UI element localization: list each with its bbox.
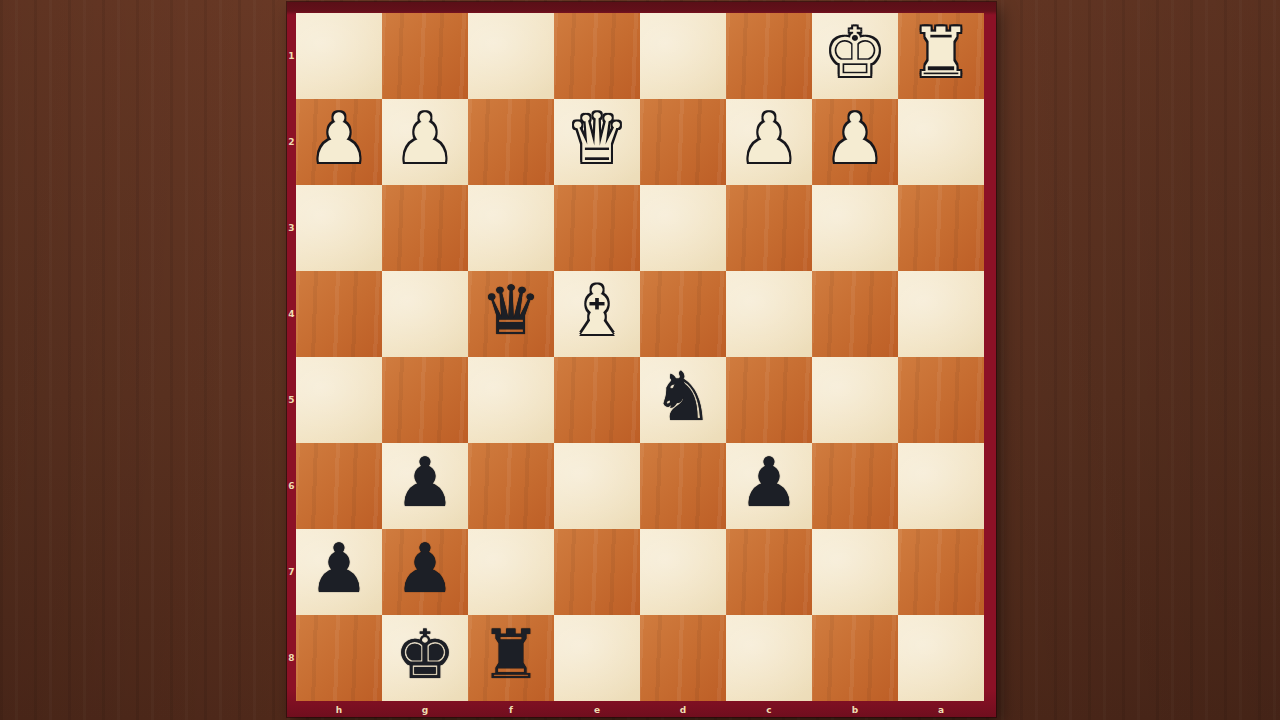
square-c3[interactable] xyxy=(726,185,812,271)
piece-black-queen-f4[interactable]: ♛ xyxy=(481,277,542,345)
square-f1[interactable] xyxy=(468,13,554,99)
square-b3[interactable] xyxy=(812,185,898,271)
file-label-b: b xyxy=(812,705,898,715)
piece-black-rook-f8[interactable]: ♜ xyxy=(481,621,542,689)
square-e6[interactable] xyxy=(554,443,640,529)
square-b6[interactable] xyxy=(812,443,898,529)
square-e8[interactable] xyxy=(554,615,640,701)
square-f6[interactable] xyxy=(468,443,554,529)
square-b4[interactable] xyxy=(812,271,898,357)
square-d4[interactable] xyxy=(640,271,726,357)
square-c2[interactable]: ♟ xyxy=(726,99,812,185)
square-c4[interactable] xyxy=(726,271,812,357)
square-h6[interactable] xyxy=(296,443,382,529)
piece-white-queen-e2[interactable]: ♛ xyxy=(567,105,628,173)
square-b2[interactable]: ♟ xyxy=(812,99,898,185)
square-d7[interactable] xyxy=(640,529,726,615)
piece-black-pawn-g6[interactable]: ♟ xyxy=(395,449,456,517)
square-h5[interactable] xyxy=(296,357,382,443)
file-label-g: g xyxy=(382,705,468,715)
square-h4[interactable] xyxy=(296,271,382,357)
piece-white-pawn-c2[interactable]: ♟ xyxy=(739,105,800,173)
square-b5[interactable] xyxy=(812,357,898,443)
square-e5[interactable] xyxy=(554,357,640,443)
square-e3[interactable] xyxy=(554,185,640,271)
square-d5[interactable]: ♞ xyxy=(640,357,726,443)
rank-label-7: 7 xyxy=(287,567,296,577)
wood-background: { "game": "chess", "position": { "fen": … xyxy=(0,0,1280,720)
square-g2[interactable]: ♟ xyxy=(382,99,468,185)
square-f5[interactable] xyxy=(468,357,554,443)
square-a1[interactable]: ♜ xyxy=(898,13,984,99)
piece-white-rook-a1[interactable]: ♜ xyxy=(911,19,972,87)
square-d6[interactable] xyxy=(640,443,726,529)
piece-black-knight-d5[interactable]: ♞ xyxy=(653,363,714,431)
square-a7[interactable] xyxy=(898,529,984,615)
square-c5[interactable] xyxy=(726,357,812,443)
square-f8[interactable]: ♜ xyxy=(468,615,554,701)
rank-label-8: 8 xyxy=(287,653,296,663)
piece-white-king-b1[interactable]: ♚ xyxy=(825,19,886,87)
square-d1[interactable] xyxy=(640,13,726,99)
piece-black-pawn-g7[interactable]: ♟ xyxy=(395,535,456,603)
square-h8[interactable] xyxy=(296,615,382,701)
square-c7[interactable] xyxy=(726,529,812,615)
square-g1[interactable] xyxy=(382,13,468,99)
piece-white-pawn-g2[interactable]: ♟ xyxy=(395,105,456,173)
square-d2[interactable] xyxy=(640,99,726,185)
square-h7[interactable]: ♟ xyxy=(296,529,382,615)
piece-black-pawn-h7[interactable]: ♟ xyxy=(309,535,370,603)
piece-white-bishop-e4[interactable]: ♝ xyxy=(567,277,628,345)
rank-label-4: 4 xyxy=(287,309,296,319)
square-c6[interactable]: ♟ xyxy=(726,443,812,529)
file-label-c: c xyxy=(726,705,812,715)
chess-board: ♚♜♟♟♛♟♟♛♝♞♟♟♟♟♚♜ xyxy=(296,13,984,701)
square-a3[interactable] xyxy=(898,185,984,271)
square-e4[interactable]: ♝ xyxy=(554,271,640,357)
square-d3[interactable] xyxy=(640,185,726,271)
square-e7[interactable] xyxy=(554,529,640,615)
square-g8[interactable]: ♚ xyxy=(382,615,468,701)
piece-black-king-g8[interactable]: ♚ xyxy=(395,621,456,689)
square-a6[interactable] xyxy=(898,443,984,529)
rank-label-3: 3 xyxy=(287,223,296,233)
square-e2[interactable]: ♛ xyxy=(554,99,640,185)
square-a2[interactable] xyxy=(898,99,984,185)
square-g6[interactable]: ♟ xyxy=(382,443,468,529)
chess-board-frame: ♚♜♟♟♛♟♟♛♝♞♟♟♟♟♚♜ 12345678 hgfedcba xyxy=(287,2,996,717)
square-c8[interactable] xyxy=(726,615,812,701)
square-h2[interactable]: ♟ xyxy=(296,99,382,185)
square-h1[interactable] xyxy=(296,13,382,99)
square-f4[interactable]: ♛ xyxy=(468,271,554,357)
square-e1[interactable] xyxy=(554,13,640,99)
square-h3[interactable] xyxy=(296,185,382,271)
square-g4[interactable] xyxy=(382,271,468,357)
rank-label-2: 2 xyxy=(287,137,296,147)
square-g3[interactable] xyxy=(382,185,468,271)
file-label-e: e xyxy=(554,705,640,715)
file-label-h: h xyxy=(296,705,382,715)
file-label-f: f xyxy=(468,705,554,715)
square-d8[interactable] xyxy=(640,615,726,701)
file-label-a: a xyxy=(898,705,984,715)
rank-label-5: 5 xyxy=(287,395,296,405)
piece-white-pawn-h2[interactable]: ♟ xyxy=(309,105,370,173)
square-g5[interactable] xyxy=(382,357,468,443)
square-f2[interactable] xyxy=(468,99,554,185)
square-a8[interactable] xyxy=(898,615,984,701)
square-g7[interactable]: ♟ xyxy=(382,529,468,615)
square-b7[interactable] xyxy=(812,529,898,615)
square-a4[interactable] xyxy=(898,271,984,357)
square-c1[interactable] xyxy=(726,13,812,99)
file-label-d: d xyxy=(640,705,726,715)
square-a5[interactable] xyxy=(898,357,984,443)
piece-black-pawn-c6[interactable]: ♟ xyxy=(739,449,800,517)
piece-white-pawn-b2[interactable]: ♟ xyxy=(825,105,886,173)
square-b8[interactable] xyxy=(812,615,898,701)
square-f7[interactable] xyxy=(468,529,554,615)
rank-label-1: 1 xyxy=(287,51,296,61)
square-f3[interactable] xyxy=(468,185,554,271)
square-b1[interactable]: ♚ xyxy=(812,13,898,99)
rank-label-6: 6 xyxy=(287,481,296,491)
